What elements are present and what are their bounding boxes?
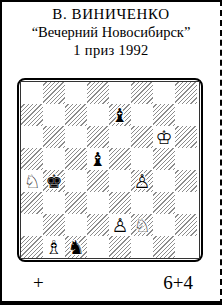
square-e6 xyxy=(109,126,131,148)
square-f7 xyxy=(131,104,153,126)
square-a5 xyxy=(21,148,43,170)
diagram-header: В. ВИНИЧЕНКО “Вечерний Новосибирск” 1 пр… xyxy=(2,5,220,59)
square-c5 xyxy=(65,148,87,170)
square-c3 xyxy=(65,192,87,214)
black-bishop: ♝ xyxy=(87,148,109,170)
square-f6 xyxy=(131,126,153,148)
square-h1 xyxy=(175,236,197,258)
white-pawn: ♙ xyxy=(109,214,131,236)
square-h3 xyxy=(175,192,197,214)
square-e2: ♙ xyxy=(109,214,131,236)
square-a2 xyxy=(21,214,43,236)
square-e8 xyxy=(109,82,131,104)
square-f4: ♙ xyxy=(131,170,153,192)
square-a1 xyxy=(21,236,43,258)
square-g7 xyxy=(153,104,175,126)
square-c7 xyxy=(65,104,87,126)
square-f8 xyxy=(131,82,153,104)
square-e7: ♝ xyxy=(109,104,131,126)
black-king: ♚ xyxy=(43,170,65,192)
square-h8 xyxy=(175,82,197,104)
square-h7 xyxy=(175,104,197,126)
piece-count: 6+4 xyxy=(163,273,193,293)
square-h5 xyxy=(175,148,197,170)
square-g5 xyxy=(153,148,175,170)
square-c4 xyxy=(65,170,87,192)
board-grid: ♝♔♝♘♚♙♙♘♗♞ xyxy=(21,82,199,258)
square-a6 xyxy=(21,126,43,148)
square-d1 xyxy=(87,236,109,258)
stipulation-symbol: + xyxy=(33,273,44,293)
white-pawn: ♙ xyxy=(131,170,153,192)
black-knight: ♞ xyxy=(65,236,87,258)
square-b2 xyxy=(43,214,65,236)
square-c2 xyxy=(65,214,87,236)
square-f5 xyxy=(131,148,153,170)
diagram-footer: + 6+4 xyxy=(2,273,220,293)
square-b5 xyxy=(43,148,65,170)
square-e5 xyxy=(109,148,131,170)
square-e4 xyxy=(109,170,131,192)
award-year: 1 приз 1992 xyxy=(2,41,220,59)
square-c8 xyxy=(65,82,87,104)
square-g8 xyxy=(153,82,175,104)
square-f2: ♘ xyxy=(131,214,153,236)
square-f3 xyxy=(131,192,153,214)
black-bishop: ♝ xyxy=(109,104,131,126)
board-inner-frame: ♝♔♝♘♚♙♙♘♗♞ xyxy=(20,81,200,259)
square-h2 xyxy=(175,214,197,236)
white-bishop: ♗ xyxy=(43,236,65,258)
composer-name: В. ВИНИЧЕНКО xyxy=(2,5,220,23)
square-e3 xyxy=(109,192,131,214)
square-b8 xyxy=(43,82,65,104)
square-g1 xyxy=(153,236,175,258)
square-c6 xyxy=(65,126,87,148)
square-b7 xyxy=(43,104,65,126)
square-b4: ♚ xyxy=(43,170,65,192)
chess-board: ♝♔♝♘♚♙♙♘♗♞ xyxy=(17,78,203,262)
square-b1: ♗ xyxy=(43,236,65,258)
square-h4 xyxy=(175,170,197,192)
square-d5: ♝ xyxy=(87,148,109,170)
square-d3 xyxy=(87,192,109,214)
square-d8 xyxy=(87,82,109,104)
white-king: ♔ xyxy=(153,126,175,148)
square-d4 xyxy=(87,170,109,192)
white-knight: ♘ xyxy=(21,170,43,192)
square-a4: ♘ xyxy=(21,170,43,192)
square-h6 xyxy=(175,126,197,148)
white-knight: ♘ xyxy=(131,214,153,236)
square-d6 xyxy=(87,126,109,148)
square-b6 xyxy=(43,126,65,148)
square-g4 xyxy=(153,170,175,192)
square-d2 xyxy=(87,214,109,236)
square-b3 xyxy=(43,192,65,214)
square-a7 xyxy=(21,104,43,126)
square-c1: ♞ xyxy=(65,236,87,258)
square-g3 xyxy=(153,192,175,214)
square-d7 xyxy=(87,104,109,126)
square-e1 xyxy=(109,236,131,258)
square-g2 xyxy=(153,214,175,236)
square-f1 xyxy=(131,236,153,258)
source-publication: “Вечерний Новосибирск” xyxy=(2,23,220,41)
square-g6: ♔ xyxy=(153,126,175,148)
square-a8 xyxy=(21,82,43,104)
square-a3 xyxy=(21,192,43,214)
